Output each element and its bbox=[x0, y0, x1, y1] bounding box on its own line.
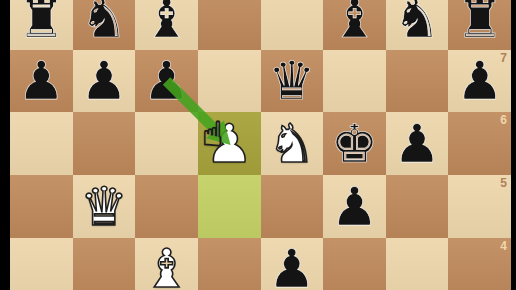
square-b4[interactable] bbox=[73, 238, 136, 290]
black-pawn-e4[interactable]: ♟ bbox=[261, 238, 324, 290]
black-pawn-a7[interactable]: ♟ bbox=[10, 50, 73, 113]
square-c4[interactable]: ♝ bbox=[135, 238, 198, 290]
rank-label-4: 4 bbox=[500, 240, 507, 252]
square-a8[interactable]: ♜ bbox=[10, 0, 73, 50]
black-bishop-c8[interactable]: ♝ bbox=[135, 0, 198, 50]
square-d8[interactable] bbox=[198, 0, 261, 50]
square-d5[interactable] bbox=[198, 175, 261, 238]
square-d7[interactable] bbox=[198, 50, 261, 113]
black-pawn-b7[interactable]: ♟ bbox=[73, 50, 136, 113]
white-queen-b5[interactable]: ♛ bbox=[73, 175, 136, 238]
square-a6[interactable] bbox=[10, 112, 73, 175]
square-c8[interactable]: ♝ bbox=[135, 0, 198, 50]
square-h6[interactable]: 6 bbox=[448, 112, 511, 175]
square-e5[interactable] bbox=[261, 175, 324, 238]
rank-label-5: 5 bbox=[500, 177, 507, 189]
black-pawn-f5[interactable]: ♟ bbox=[323, 175, 386, 238]
square-a5[interactable] bbox=[10, 175, 73, 238]
square-d6[interactable]: ♟ bbox=[198, 112, 261, 175]
square-a7[interactable]: ♟ bbox=[10, 50, 73, 113]
black-pawn-c7[interactable]: ♟ bbox=[135, 50, 198, 113]
square-h8[interactable]: 8♜ bbox=[448, 0, 511, 50]
square-h7[interactable]: 7♟ bbox=[448, 50, 511, 113]
black-rook-a8[interactable]: ♜ bbox=[10, 0, 73, 50]
square-b6[interactable] bbox=[73, 112, 136, 175]
black-pawn-g6[interactable]: ♟ bbox=[386, 112, 449, 175]
square-b7[interactable]: ♟ bbox=[73, 50, 136, 113]
board-screenshot-frame: ♜♞♝♝♞8♜♟♟♟♛7♟♟♞♚♟6♛♟5♝♟4 ☝ bbox=[0, 0, 516, 290]
square-e6[interactable]: ♞ bbox=[261, 112, 324, 175]
white-bishop-c4[interactable]: ♝ bbox=[135, 238, 198, 290]
square-h5[interactable]: 5 bbox=[448, 175, 511, 238]
rank-label-6: 6 bbox=[500, 114, 507, 126]
square-f5[interactable]: ♟ bbox=[323, 175, 386, 238]
square-f4[interactable] bbox=[323, 238, 386, 290]
chess-board[interactable]: ♜♞♝♝♞8♜♟♟♟♛7♟♟♞♚♟6♛♟5♝♟4 bbox=[10, 0, 511, 290]
white-pawn-d6[interactable]: ♟ bbox=[198, 112, 261, 175]
square-f7[interactable] bbox=[323, 50, 386, 113]
square-d4[interactable] bbox=[198, 238, 261, 290]
square-c6[interactable] bbox=[135, 112, 198, 175]
square-h4[interactable]: 4 bbox=[448, 238, 511, 290]
square-e4[interactable]: ♟ bbox=[261, 238, 324, 290]
white-knight-e6[interactable]: ♞ bbox=[261, 112, 324, 175]
black-king-f6[interactable]: ♚ bbox=[323, 112, 386, 175]
black-queen-e7[interactable]: ♛ bbox=[261, 50, 324, 113]
square-b8[interactable]: ♞ bbox=[73, 0, 136, 50]
square-g4[interactable] bbox=[386, 238, 449, 290]
square-g7[interactable] bbox=[386, 50, 449, 113]
black-knight-g8[interactable]: ♞ bbox=[386, 0, 449, 50]
square-b5[interactable]: ♛ bbox=[73, 175, 136, 238]
square-f8[interactable]: ♝ bbox=[323, 0, 386, 50]
square-a4[interactable] bbox=[10, 238, 73, 290]
square-c5[interactable] bbox=[135, 175, 198, 238]
square-g6[interactable]: ♟ bbox=[386, 112, 449, 175]
black-rook-h8[interactable]: ♜ bbox=[448, 0, 511, 50]
square-g8[interactable]: ♞ bbox=[386, 0, 449, 50]
square-f6[interactable]: ♚ bbox=[323, 112, 386, 175]
square-c7[interactable]: ♟ bbox=[135, 50, 198, 113]
black-knight-b8[interactable]: ♞ bbox=[73, 0, 136, 50]
black-pawn-h7[interactable]: ♟ bbox=[448, 50, 511, 113]
square-g5[interactable] bbox=[386, 175, 449, 238]
square-e8[interactable] bbox=[261, 0, 324, 50]
black-bishop-f8[interactable]: ♝ bbox=[323, 0, 386, 50]
square-e7[interactable]: ♛ bbox=[261, 50, 324, 113]
